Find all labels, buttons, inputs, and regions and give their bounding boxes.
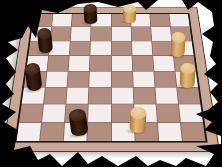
square-b8 [52,14,72,27]
square-b1 [40,123,64,141]
dark-piece-a3 [24,63,42,92]
square-h2 [179,105,203,122]
board-photo [0,0,222,167]
square-b5 [48,56,69,71]
square-g1 [158,123,182,141]
square-c4 [68,71,89,87]
square-f4 [133,71,154,87]
square-e3 [111,87,133,103]
piece-top [83,4,96,13]
square-b3 [44,87,67,103]
square-d4 [90,71,111,87]
square-g4 [154,71,176,87]
square-f7 [131,27,151,40]
square-c5 [69,56,90,71]
square-d5 [90,56,110,71]
square-d3 [89,87,111,103]
piece-top [123,5,136,13]
square-g7 [151,27,171,40]
dark-piece-c8 [83,5,97,25]
square-e4 [111,71,132,87]
square-h8 [169,14,189,27]
square-b7 [51,27,71,40]
square-d6 [91,41,111,55]
light-piece-f1 [129,108,146,134]
square-e5 [111,56,131,71]
square-d7 [91,27,110,40]
square-c7 [71,27,91,40]
dark-piece-a6 [37,28,53,53]
dark-piece-c1 [68,109,88,137]
light-piece-h3 [179,64,195,89]
square-h1 [181,123,206,141]
square-a2 [19,105,43,122]
square-c6 [70,41,90,55]
piece-top [130,107,147,119]
square-a1 [17,123,42,141]
square-c3 [67,87,89,103]
square-e6 [111,41,131,55]
square-g8 [150,14,170,27]
light-piece-e8 [122,6,136,23]
square-b2 [42,105,65,122]
square-f3 [133,87,155,103]
square-f6 [132,41,152,55]
square-g2 [156,105,179,122]
square-d1 [88,123,111,141]
square-a8 [32,14,52,27]
light-piece-h5 [170,33,185,58]
piece-top [180,63,195,75]
square-h3 [177,87,200,103]
square-b4 [46,71,68,87]
square-g3 [155,87,178,103]
square-f5 [132,56,153,71]
square-e7 [111,27,130,40]
square-d2 [88,105,110,122]
